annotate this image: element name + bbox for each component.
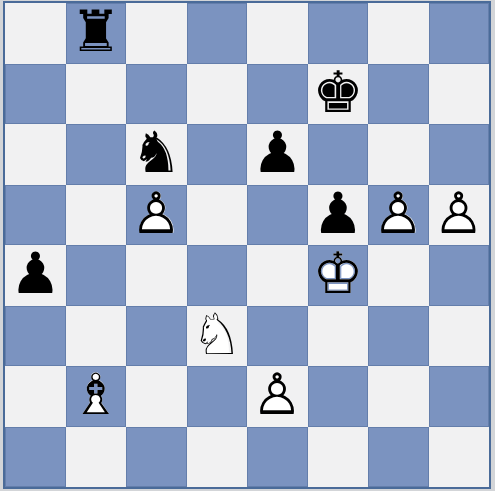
square-g2[interactable] [368, 366, 429, 427]
square-d6[interactable] [187, 124, 248, 185]
piece-white-king[interactable]: ♚♔ [308, 245, 369, 306]
square-c3[interactable] [126, 306, 187, 367]
square-h4[interactable] [429, 245, 490, 306]
board-frame: ♜♚♞♟♟♙♟♟♙♟♙♟♚♔♞♘♝♗♟♙ [0, 0, 495, 491]
square-h2[interactable] [429, 366, 490, 427]
square-g5[interactable]: ♟♙ [368, 185, 429, 246]
square-b2[interactable]: ♝♗ [66, 366, 127, 427]
piece-black-pawn[interactable]: ♟ [308, 185, 369, 246]
square-d2[interactable] [187, 366, 248, 427]
white-piece-outline-glyph: ♘ [191, 306, 242, 363]
piece-black-pawn[interactable]: ♟ [5, 245, 66, 306]
piece-black-rook[interactable]: ♜ [66, 3, 127, 64]
square-f7[interactable]: ♚ [308, 64, 369, 125]
chess-board: ♜♚♞♟♟♙♟♟♙♟♙♟♚♔♞♘♝♗♟♙ [3, 1, 491, 489]
square-d8[interactable] [187, 3, 248, 64]
white-piece-outline-glyph: ♔ [312, 246, 363, 303]
white-piece-outline-glyph: ♙ [131, 185, 182, 242]
square-g4[interactable] [368, 245, 429, 306]
square-d5[interactable] [187, 185, 248, 246]
square-a2[interactable] [5, 366, 66, 427]
square-b7[interactable] [66, 64, 127, 125]
square-e2[interactable]: ♟♙ [247, 366, 308, 427]
square-a5[interactable] [5, 185, 66, 246]
square-b1[interactable] [66, 427, 127, 488]
black-piece-glyph: ♟ [252, 125, 303, 182]
square-f4[interactable]: ♚♔ [308, 245, 369, 306]
square-d1[interactable] [187, 427, 248, 488]
square-f3[interactable] [308, 306, 369, 367]
white-piece-outline-glyph: ♗ [70, 367, 121, 424]
square-d7[interactable] [187, 64, 248, 125]
square-h5[interactable]: ♟♙ [429, 185, 490, 246]
square-e4[interactable] [247, 245, 308, 306]
square-f8[interactable] [308, 3, 369, 64]
square-c6[interactable]: ♞ [126, 124, 187, 185]
black-piece-glyph: ♞ [131, 125, 182, 182]
square-g8[interactable] [368, 3, 429, 64]
white-piece-outline-glyph: ♙ [373, 185, 424, 242]
square-h3[interactable] [429, 306, 490, 367]
square-b4[interactable] [66, 245, 127, 306]
square-b3[interactable] [66, 306, 127, 367]
square-b8[interactable]: ♜ [66, 3, 127, 64]
square-a8[interactable] [5, 3, 66, 64]
square-e7[interactable] [247, 64, 308, 125]
square-c7[interactable] [126, 64, 187, 125]
black-piece-glyph: ♟ [312, 185, 363, 242]
square-d4[interactable] [187, 245, 248, 306]
piece-white-knight[interactable]: ♞♘ [187, 306, 248, 367]
square-g7[interactable] [368, 64, 429, 125]
square-e6[interactable]: ♟ [247, 124, 308, 185]
square-h1[interactable] [429, 427, 490, 488]
square-h6[interactable] [429, 124, 490, 185]
square-h7[interactable] [429, 64, 490, 125]
piece-black-pawn[interactable]: ♟ [247, 124, 308, 185]
square-a4[interactable]: ♟ [5, 245, 66, 306]
black-piece-glyph: ♜ [70, 4, 121, 61]
piece-white-pawn[interactable]: ♟♙ [247, 366, 308, 427]
square-g6[interactable] [368, 124, 429, 185]
piece-black-king[interactable]: ♚ [308, 64, 369, 125]
square-b5[interactable] [66, 185, 127, 246]
square-c5[interactable]: ♟♙ [126, 185, 187, 246]
square-g3[interactable] [368, 306, 429, 367]
piece-white-pawn[interactable]: ♟♙ [368, 185, 429, 246]
square-b6[interactable] [66, 124, 127, 185]
square-f1[interactable] [308, 427, 369, 488]
piece-white-pawn[interactable]: ♟♙ [429, 185, 490, 246]
square-d3[interactable]: ♞♘ [187, 306, 248, 367]
square-e3[interactable] [247, 306, 308, 367]
square-c2[interactable] [126, 366, 187, 427]
white-piece-outline-glyph: ♙ [433, 185, 484, 242]
square-g1[interactable] [368, 427, 429, 488]
piece-white-pawn[interactable]: ♟♙ [126, 185, 187, 246]
square-e8[interactable] [247, 3, 308, 64]
square-f2[interactable] [308, 366, 369, 427]
square-e1[interactable] [247, 427, 308, 488]
square-a1[interactable] [5, 427, 66, 488]
black-piece-glyph: ♟ [10, 246, 61, 303]
piece-black-knight[interactable]: ♞ [126, 124, 187, 185]
square-c4[interactable] [126, 245, 187, 306]
piece-white-bishop[interactable]: ♝♗ [66, 366, 127, 427]
black-piece-glyph: ♚ [312, 64, 363, 121]
square-a3[interactable] [5, 306, 66, 367]
square-f5[interactable]: ♟ [308, 185, 369, 246]
square-c8[interactable] [126, 3, 187, 64]
square-h8[interactable] [429, 3, 490, 64]
square-c1[interactable] [126, 427, 187, 488]
square-f6[interactable] [308, 124, 369, 185]
square-a7[interactable] [5, 64, 66, 125]
white-piece-outline-glyph: ♙ [252, 367, 303, 424]
square-a6[interactable] [5, 124, 66, 185]
square-e5[interactable] [247, 185, 308, 246]
